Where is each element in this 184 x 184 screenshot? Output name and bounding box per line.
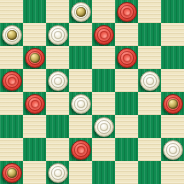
red-king-piece[interactable] <box>25 48 45 68</box>
piece-center <box>123 54 131 62</box>
square-b8[interactable] <box>23 0 46 23</box>
square-a7[interactable] <box>0 23 23 46</box>
piece-center <box>54 77 62 85</box>
square-a5[interactable] <box>0 69 23 92</box>
square-b2[interactable] <box>23 138 46 161</box>
square-b4[interactable] <box>23 92 46 115</box>
piece-center <box>8 77 16 85</box>
piece-ring <box>74 143 88 157</box>
white-man-piece[interactable] <box>48 25 68 45</box>
square-e6 <box>92 46 115 69</box>
piece-ring <box>51 166 65 180</box>
square-e7[interactable] <box>92 23 115 46</box>
white-man-piece[interactable] <box>48 71 68 91</box>
piece-center <box>123 8 131 16</box>
square-b5 <box>23 69 46 92</box>
square-h1 <box>161 161 184 184</box>
square-d6[interactable] <box>69 46 92 69</box>
square-b3 <box>23 115 46 138</box>
piece-ring <box>5 28 19 42</box>
square-g7[interactable] <box>138 23 161 46</box>
square-h2[interactable] <box>161 138 184 161</box>
square-f4[interactable] <box>115 92 138 115</box>
square-e5[interactable] <box>92 69 115 92</box>
square-a1[interactable] <box>0 161 23 184</box>
piece-center <box>77 146 85 154</box>
square-d1 <box>69 161 92 184</box>
piece-ring <box>28 51 42 65</box>
square-h5 <box>161 69 184 92</box>
square-g6 <box>138 46 161 69</box>
square-c6 <box>46 46 69 69</box>
square-f7 <box>115 23 138 46</box>
red-man-piece[interactable] <box>117 48 137 68</box>
red-king-piece[interactable] <box>2 163 22 183</box>
piece-ring <box>51 74 65 88</box>
piece-center <box>100 31 108 39</box>
piece-ring <box>120 51 134 65</box>
white-king-piece[interactable] <box>2 25 22 45</box>
white-man-piece[interactable] <box>71 94 91 114</box>
square-c5[interactable] <box>46 69 69 92</box>
square-c1[interactable] <box>46 161 69 184</box>
piece-ring <box>5 166 19 180</box>
square-a3[interactable] <box>0 115 23 138</box>
square-e1[interactable] <box>92 161 115 184</box>
piece-ring <box>74 97 88 111</box>
square-d4[interactable] <box>69 92 92 115</box>
piece-ring <box>5 74 19 88</box>
white-man-piece[interactable] <box>48 163 68 183</box>
square-g8 <box>138 0 161 23</box>
square-d5 <box>69 69 92 92</box>
square-h7 <box>161 23 184 46</box>
square-h8[interactable] <box>161 0 184 23</box>
piece-ring <box>143 74 157 88</box>
piece-center <box>31 100 39 108</box>
square-c4 <box>46 92 69 115</box>
red-man-piece[interactable] <box>117 2 137 22</box>
square-g1[interactable] <box>138 161 161 184</box>
square-g5[interactable] <box>138 69 161 92</box>
square-f5 <box>115 69 138 92</box>
king-gold-dome <box>30 53 40 63</box>
piece-ring <box>74 5 88 19</box>
piece-ring <box>166 97 180 111</box>
square-c2 <box>46 138 69 161</box>
square-b7 <box>23 23 46 46</box>
square-e8 <box>92 0 115 23</box>
square-c3[interactable] <box>46 115 69 138</box>
piece-ring <box>97 28 111 42</box>
piece-center <box>54 31 62 39</box>
red-king-piece[interactable] <box>163 94 183 114</box>
red-man-piece[interactable] <box>94 25 114 45</box>
piece-center <box>169 146 177 154</box>
king-gold-dome <box>76 7 86 17</box>
square-h6[interactable] <box>161 46 184 69</box>
square-c7[interactable] <box>46 23 69 46</box>
square-f6[interactable] <box>115 46 138 69</box>
square-a8 <box>0 0 23 23</box>
piece-center <box>100 123 108 131</box>
square-d8[interactable] <box>69 0 92 23</box>
square-h4[interactable] <box>161 92 184 115</box>
square-a2 <box>0 138 23 161</box>
white-man-piece[interactable] <box>94 117 114 137</box>
piece-ring <box>28 97 42 111</box>
square-f3 <box>115 115 138 138</box>
square-g4 <box>138 92 161 115</box>
square-e2 <box>92 138 115 161</box>
red-man-piece[interactable] <box>25 94 45 114</box>
white-man-piece[interactable] <box>140 71 160 91</box>
square-b6[interactable] <box>23 46 46 69</box>
square-g2 <box>138 138 161 161</box>
piece-ring <box>97 120 111 134</box>
square-e3[interactable] <box>92 115 115 138</box>
square-b1 <box>23 161 46 184</box>
piece-center <box>146 77 154 85</box>
piece-center <box>77 100 85 108</box>
piece-center <box>54 169 62 177</box>
square-e4 <box>92 92 115 115</box>
king-gold-dome <box>7 168 17 178</box>
square-a6 <box>0 46 23 69</box>
square-a4 <box>0 92 23 115</box>
square-d7 <box>69 23 92 46</box>
piece-ring <box>166 143 180 157</box>
king-gold-dome <box>168 99 178 109</box>
white-king-piece[interactable] <box>71 2 91 22</box>
square-d2[interactable] <box>69 138 92 161</box>
square-d3 <box>69 115 92 138</box>
checkers-board <box>0 0 184 184</box>
square-h3 <box>161 115 184 138</box>
red-man-piece[interactable] <box>71 140 91 160</box>
square-f1 <box>115 161 138 184</box>
square-g3[interactable] <box>138 115 161 138</box>
piece-ring <box>51 28 65 42</box>
square-f2[interactable] <box>115 138 138 161</box>
square-f8[interactable] <box>115 0 138 23</box>
piece-ring <box>120 5 134 19</box>
king-gold-dome <box>7 30 17 40</box>
square-c8 <box>46 0 69 23</box>
white-man-piece[interactable] <box>163 140 183 160</box>
red-man-piece[interactable] <box>2 71 22 91</box>
